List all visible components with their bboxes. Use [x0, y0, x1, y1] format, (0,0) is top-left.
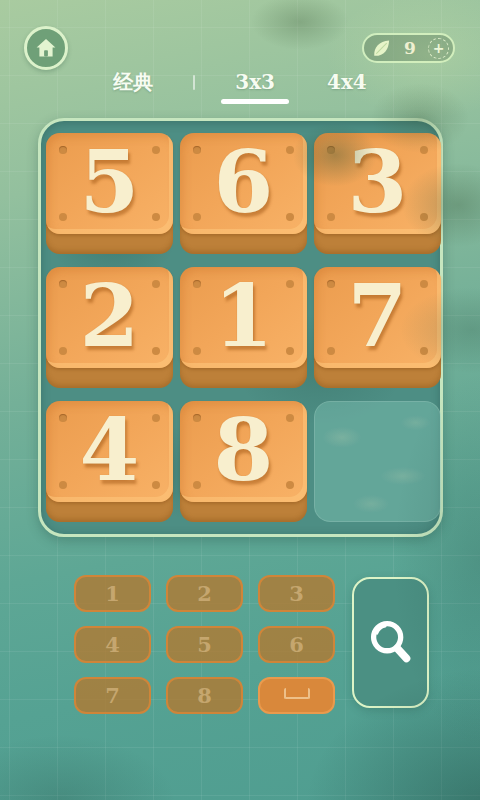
tile-1[interactable]: 1 — [180, 267, 307, 388]
tile-4[interactable]: 4 — [46, 401, 173, 522]
tile-face: 6 — [180, 133, 307, 234]
tile-number: 4 — [46, 401, 173, 502]
tile-face: 5 — [46, 133, 173, 234]
key-2[interactable]: 2 — [166, 575, 243, 612]
key-1[interactable]: 1 — [74, 575, 151, 612]
tile-6[interactable]: 6 — [180, 133, 307, 254]
home-button[interactable] — [24, 26, 68, 70]
puzzle-board: 5 6 3 2 — [38, 118, 443, 537]
tab-separator — [193, 75, 195, 90]
tile-face: 7 — [314, 267, 441, 368]
tile-number: 5 — [46, 133, 173, 234]
tile-number: 6 — [180, 133, 307, 234]
tile-3[interactable]: 3 — [314, 133, 441, 254]
key-4[interactable]: 4 — [74, 626, 151, 663]
leaf-icon — [371, 38, 392, 59]
tab-classic[interactable]: 经典 — [113, 69, 153, 96]
space-key[interactable] — [258, 677, 335, 714]
home-icon — [34, 36, 58, 60]
tile-7[interactable]: 7 — [314, 267, 441, 388]
tile-number: 8 — [180, 401, 307, 502]
tile-face: 2 — [46, 267, 173, 368]
key-6[interactable]: 6 — [258, 626, 335, 663]
search-icon — [362, 614, 420, 672]
tab-4x4[interactable]: 4x4 — [327, 70, 367, 94]
tile-face: 1 — [180, 267, 307, 368]
board-grid: 5 6 3 2 — [46, 133, 441, 522]
tile-number: 1 — [180, 267, 307, 368]
tile-number: 7 — [314, 267, 441, 368]
tile-face: 3 — [314, 133, 441, 234]
tile-2[interactable]: 2 — [46, 267, 173, 388]
tile-5[interactable]: 5 — [46, 133, 173, 254]
tile-face: 4 — [46, 401, 173, 502]
game-screen: 9 + 经典 3x3 4x4 5 6 — [0, 0, 480, 800]
key-8[interactable]: 8 — [166, 677, 243, 714]
empty-cell-well — [314, 401, 441, 522]
tab-3x3[interactable]: 3x3 — [235, 70, 275, 94]
key-7[interactable]: 7 — [74, 677, 151, 714]
currency-badge[interactable]: 9 + — [362, 33, 455, 63]
tile-number: 3 — [314, 133, 441, 234]
number-keypad: 1 2 3 4 5 6 7 8 — [74, 575, 335, 714]
tile-face: 8 — [180, 401, 307, 502]
add-currency-button[interactable]: + — [428, 38, 449, 59]
empty-cell — [314, 401, 441, 522]
currency-count: 9 — [392, 40, 428, 57]
key-3[interactable]: 3 — [258, 575, 335, 612]
tab-bar: 经典 3x3 4x4 — [0, 66, 480, 98]
tile-8[interactable]: 8 — [180, 401, 307, 522]
key-5[interactable]: 5 — [166, 626, 243, 663]
tile-number: 2 — [46, 267, 173, 368]
space-icon — [284, 688, 310, 699]
magnifier-button[interactable] — [352, 577, 429, 708]
